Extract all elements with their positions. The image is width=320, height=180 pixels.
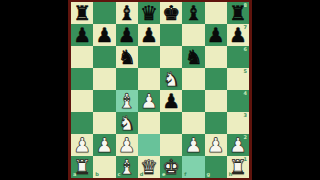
square-d7[interactable]: ♟ <box>138 24 160 46</box>
piece-black-rook[interactable]: ♜ <box>73 3 91 23</box>
rank-label: 7 <box>244 25 247 30</box>
rank-label: 8 <box>244 3 247 8</box>
square-f5[interactable] <box>182 68 204 90</box>
square-c7[interactable]: ♟ <box>116 24 138 46</box>
piece-black-pawn[interactable]: ♟ <box>73 25 91 45</box>
square-a3[interactable] <box>71 112 93 134</box>
file-label: c <box>118 172 121 177</box>
square-g6[interactable] <box>205 46 227 68</box>
square-d1[interactable]: ♛d <box>138 156 160 178</box>
piece-black-pawn[interactable]: ♟ <box>140 25 158 45</box>
square-b6[interactable] <box>93 46 115 68</box>
square-d5[interactable] <box>138 68 160 90</box>
app-screen: ♜♝♛♚♝♜8♟♟♟♟♟♟7♞♞6♞5♝♟♟4♞3♟♟♟♟♟♟2♜ab♝c♛d♚… <box>0 0 320 180</box>
chess-board[interactable]: ♜♝♛♚♝♜8♟♟♟♟♟♟7♞♞6♞5♝♟♟4♞3♟♟♟♟♟♟2♜ab♝c♛d♚… <box>71 2 249 178</box>
piece-black-pawn[interactable]: ♟ <box>118 25 136 45</box>
square-c5[interactable] <box>116 68 138 90</box>
piece-white-pawn[interactable]: ♟ <box>140 91 158 111</box>
square-f8[interactable]: ♝ <box>182 2 204 24</box>
file-label: b <box>95 172 99 177</box>
square-g2[interactable]: ♟ <box>205 134 227 156</box>
piece-black-king[interactable]: ♚ <box>162 3 180 23</box>
piece-black-pawn[interactable]: ♟ <box>207 25 225 45</box>
square-b1[interactable]: b <box>93 156 115 178</box>
square-f4[interactable] <box>182 90 204 112</box>
board-frame: ♜♝♛♚♝♜8♟♟♟♟♟♟7♞♞6♞5♝♟♟4♞3♟♟♟♟♟♟2♜ab♝c♛d♚… <box>68 0 252 180</box>
square-d6[interactable] <box>138 46 160 68</box>
piece-black-pawn[interactable]: ♟ <box>95 25 113 45</box>
file-label: e <box>162 172 165 177</box>
square-c6[interactable]: ♞ <box>116 46 138 68</box>
piece-white-pawn[interactable]: ♟ <box>73 135 91 155</box>
square-c4[interactable]: ♝ <box>116 90 138 112</box>
square-h3[interactable]: 3 <box>227 112 249 134</box>
piece-black-bishop[interactable]: ♝ <box>184 3 202 23</box>
square-b3[interactable] <box>93 112 115 134</box>
piece-black-queen[interactable]: ♛ <box>140 3 158 23</box>
square-g8[interactable] <box>205 2 227 24</box>
rank-label: 4 <box>244 91 247 96</box>
square-e3[interactable] <box>160 112 182 134</box>
piece-white-pawn[interactable]: ♟ <box>207 135 225 155</box>
rank-label: 1 <box>244 157 247 162</box>
square-g1[interactable]: g <box>205 156 227 178</box>
file-label: a <box>73 172 76 177</box>
square-e6[interactable] <box>160 46 182 68</box>
square-h4[interactable]: 4 <box>227 90 249 112</box>
square-a7[interactable]: ♟ <box>71 24 93 46</box>
square-b7[interactable]: ♟ <box>93 24 115 46</box>
square-b4[interactable] <box>93 90 115 112</box>
square-e7[interactable] <box>160 24 182 46</box>
file-label: d <box>140 172 144 177</box>
rank-label: 3 <box>244 113 247 118</box>
piece-white-pawn[interactable]: ♟ <box>95 135 113 155</box>
piece-white-pawn[interactable]: ♟ <box>184 135 202 155</box>
square-e1[interactable]: ♚e <box>160 156 182 178</box>
square-a8[interactable]: ♜ <box>71 2 93 24</box>
square-g5[interactable] <box>205 68 227 90</box>
piece-black-knight[interactable]: ♞ <box>118 47 136 67</box>
square-h8[interactable]: ♜8 <box>227 2 249 24</box>
file-label: g <box>207 172 211 177</box>
file-label: h <box>229 172 233 177</box>
square-h7[interactable]: ♟7 <box>227 24 249 46</box>
square-g7[interactable]: ♟ <box>205 24 227 46</box>
square-c8[interactable]: ♝ <box>116 2 138 24</box>
square-a2[interactable]: ♟ <box>71 134 93 156</box>
square-c2[interactable]: ♟ <box>116 134 138 156</box>
piece-white-bishop[interactable]: ♝ <box>118 91 136 111</box>
piece-black-pawn[interactable]: ♟ <box>162 91 180 111</box>
square-h1[interactable]: ♜1h <box>227 156 249 178</box>
square-f7[interactable] <box>182 24 204 46</box>
square-g3[interactable] <box>205 112 227 134</box>
piece-white-knight[interactable]: ♞ <box>162 69 180 89</box>
piece-black-bishop[interactable]: ♝ <box>118 3 136 23</box>
square-g4[interactable] <box>205 90 227 112</box>
piece-white-pawn[interactable]: ♟ <box>118 135 136 155</box>
piece-black-knight[interactable]: ♞ <box>184 47 202 67</box>
square-f1[interactable]: f <box>182 156 204 178</box>
square-h2[interactable]: ♟2 <box>227 134 249 156</box>
square-a5[interactable] <box>71 68 93 90</box>
square-e4[interactable]: ♟ <box>160 90 182 112</box>
square-f2[interactable]: ♟ <box>182 134 204 156</box>
square-a4[interactable] <box>71 90 93 112</box>
square-e8[interactable]: ♚ <box>160 2 182 24</box>
square-d3[interactable] <box>138 112 160 134</box>
square-f3[interactable] <box>182 112 204 134</box>
file-label: f <box>184 172 186 177</box>
square-d4[interactable]: ♟ <box>138 90 160 112</box>
square-h6[interactable]: 6 <box>227 46 249 68</box>
rank-label: 5 <box>244 69 247 74</box>
square-d2[interactable] <box>138 134 160 156</box>
square-e2[interactable] <box>160 134 182 156</box>
square-c1[interactable]: ♝c <box>116 156 138 178</box>
square-f6[interactable]: ♞ <box>182 46 204 68</box>
square-a1[interactable]: ♜a <box>71 156 93 178</box>
rank-label: 6 <box>244 47 247 52</box>
square-h5[interactable]: 5 <box>227 68 249 90</box>
square-b5[interactable] <box>93 68 115 90</box>
square-c3[interactable]: ♞ <box>116 112 138 134</box>
piece-white-knight[interactable]: ♞ <box>118 113 136 133</box>
square-d8[interactable]: ♛ <box>138 2 160 24</box>
square-a6[interactable] <box>71 46 93 68</box>
square-b2[interactable]: ♟ <box>93 134 115 156</box>
square-b8[interactable] <box>93 2 115 24</box>
square-e5[interactable]: ♞ <box>160 68 182 90</box>
rank-label: 2 <box>244 135 247 140</box>
